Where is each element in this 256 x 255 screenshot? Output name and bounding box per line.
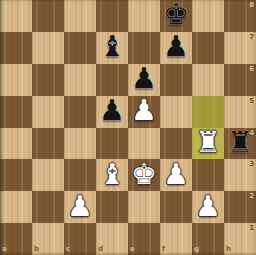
square-e6[interactable]: ♟ bbox=[128, 64, 160, 96]
square-b5[interactable] bbox=[32, 96, 64, 128]
square-b3[interactable] bbox=[32, 159, 64, 191]
square-e2[interactable] bbox=[128, 191, 160, 223]
square-g2[interactable]: ♟ bbox=[192, 191, 224, 223]
square-d7[interactable]: ♝ bbox=[96, 32, 128, 64]
square-a6[interactable] bbox=[0, 64, 32, 96]
square-e7[interactable] bbox=[128, 32, 160, 64]
square-g4[interactable]: ♜ bbox=[192, 128, 224, 160]
chess-board: ♚♝♟♟♟♟♜♜♝♚♟♟♟abcdefgh12345678 bbox=[0, 0, 256, 255]
black-pawn[interactable]: ♟ bbox=[163, 32, 189, 61]
square-e1[interactable] bbox=[128, 223, 160, 255]
square-d1[interactable] bbox=[96, 223, 128, 255]
square-a1[interactable] bbox=[0, 223, 32, 255]
square-b7[interactable] bbox=[32, 32, 64, 64]
square-a4[interactable] bbox=[0, 128, 32, 160]
square-c3[interactable] bbox=[64, 159, 96, 191]
square-h2[interactable] bbox=[224, 191, 256, 223]
square-h7[interactable] bbox=[224, 32, 256, 64]
square-a2[interactable] bbox=[0, 191, 32, 223]
square-c4[interactable] bbox=[64, 128, 96, 160]
square-h3[interactable] bbox=[224, 159, 256, 191]
square-h4[interactable]: ♜ bbox=[224, 128, 256, 160]
black-rook[interactable]: ♜ bbox=[227, 128, 253, 157]
square-f5[interactable] bbox=[160, 96, 192, 128]
square-f3[interactable]: ♟ bbox=[160, 159, 192, 191]
square-f4[interactable] bbox=[160, 128, 192, 160]
black-pawn[interactable]: ♟ bbox=[131, 64, 157, 93]
square-d8[interactable] bbox=[96, 0, 128, 32]
square-g1[interactable] bbox=[192, 223, 224, 255]
square-a5[interactable] bbox=[0, 96, 32, 128]
square-g3[interactable] bbox=[192, 159, 224, 191]
white-pawn[interactable]: ♟ bbox=[163, 160, 189, 189]
square-d4[interactable] bbox=[96, 128, 128, 160]
square-h5[interactable] bbox=[224, 96, 256, 128]
square-c7[interactable] bbox=[64, 32, 96, 64]
square-h1[interactable] bbox=[224, 223, 256, 255]
square-c5[interactable] bbox=[64, 96, 96, 128]
black-bishop[interactable]: ♝ bbox=[99, 32, 125, 61]
square-g7[interactable] bbox=[192, 32, 224, 64]
square-b6[interactable] bbox=[32, 64, 64, 96]
square-h8[interactable] bbox=[224, 0, 256, 32]
square-c1[interactable] bbox=[64, 223, 96, 255]
white-bishop[interactable]: ♝ bbox=[99, 160, 125, 189]
square-b1[interactable] bbox=[32, 223, 64, 255]
white-pawn[interactable]: ♟ bbox=[67, 192, 93, 221]
square-f1[interactable] bbox=[160, 223, 192, 255]
white-rook[interactable]: ♜ bbox=[195, 128, 221, 157]
square-a7[interactable] bbox=[0, 32, 32, 64]
white-pawn[interactable]: ♟ bbox=[195, 192, 221, 221]
square-c6[interactable] bbox=[64, 64, 96, 96]
square-e8[interactable] bbox=[128, 0, 160, 32]
square-e5[interactable]: ♟ bbox=[128, 96, 160, 128]
square-b8[interactable] bbox=[32, 0, 64, 32]
square-e4[interactable] bbox=[128, 128, 160, 160]
white-pawn[interactable]: ♟ bbox=[131, 96, 157, 125]
square-h6[interactable] bbox=[224, 64, 256, 96]
black-king[interactable]: ♚ bbox=[163, 0, 189, 29]
square-d3[interactable]: ♝ bbox=[96, 159, 128, 191]
square-e3[interactable]: ♚ bbox=[128, 159, 160, 191]
square-d2[interactable] bbox=[96, 191, 128, 223]
square-b2[interactable] bbox=[32, 191, 64, 223]
white-king[interactable]: ♚ bbox=[131, 160, 157, 189]
square-f6[interactable] bbox=[160, 64, 192, 96]
square-f8[interactable]: ♚ bbox=[160, 0, 192, 32]
square-d5[interactable]: ♟ bbox=[96, 96, 128, 128]
square-g8[interactable] bbox=[192, 0, 224, 32]
square-a8[interactable] bbox=[0, 0, 32, 32]
square-f2[interactable] bbox=[160, 191, 192, 223]
black-pawn[interactable]: ♟ bbox=[99, 96, 125, 125]
square-f7[interactable]: ♟ bbox=[160, 32, 192, 64]
square-d6[interactable] bbox=[96, 64, 128, 96]
square-g6[interactable] bbox=[192, 64, 224, 96]
square-a3[interactable] bbox=[0, 159, 32, 191]
square-c2[interactable]: ♟ bbox=[64, 191, 96, 223]
square-c8[interactable] bbox=[64, 0, 96, 32]
square-g5[interactable] bbox=[192, 96, 224, 128]
square-b4[interactable] bbox=[32, 128, 64, 160]
